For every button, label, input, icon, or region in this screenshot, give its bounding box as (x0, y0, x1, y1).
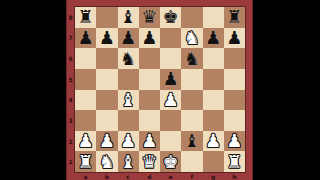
black-rook[interactable]: ♜ (226, 8, 242, 26)
square-a5[interactable] (75, 69, 96, 90)
rank-label-2: 2 (66, 131, 75, 152)
black-pawn[interactable]: ♟ (141, 29, 157, 47)
rank-label-6: 6 (66, 48, 75, 69)
square-d8[interactable]: ♛ (139, 7, 160, 28)
white-pawn[interactable]: ♟ (163, 91, 179, 109)
square-b6[interactable] (96, 48, 117, 69)
black-pawn[interactable]: ♟ (99, 29, 115, 47)
white-queen[interactable]: ♛ (141, 153, 157, 171)
black-rook[interactable]: ♜ (78, 8, 94, 26)
file-label-c: c (118, 172, 139, 180)
square-c1[interactable]: ♝ (118, 151, 139, 172)
square-c5[interactable] (118, 69, 139, 90)
white-pawn[interactable]: ♟ (141, 132, 157, 150)
file-label-a: a (75, 172, 96, 180)
black-bishop[interactable]: ♝ (120, 8, 136, 26)
square-a1[interactable]: ♜ (75, 151, 96, 172)
white-pawn[interactable]: ♟ (99, 132, 115, 150)
file-label-h: h (224, 172, 245, 180)
square-e1[interactable]: ♚ (160, 151, 181, 172)
black-bishop[interactable]: ♝ (184, 132, 200, 150)
file-label-d: d (139, 172, 160, 180)
square-g7[interactable]: ♟ (203, 28, 224, 49)
square-d7[interactable]: ♟ (139, 28, 160, 49)
file-label-f: f (181, 172, 202, 180)
square-c4[interactable]: ♝ (118, 90, 139, 111)
square-e4[interactable]: ♟ (160, 90, 181, 111)
white-rook[interactable]: ♜ (226, 153, 242, 171)
square-g4[interactable] (203, 90, 224, 111)
square-b2[interactable]: ♟ (96, 131, 117, 152)
square-a7[interactable]: ♟ (75, 28, 96, 49)
square-f8[interactable] (181, 7, 202, 28)
rank-label-1: 1 (66, 151, 75, 172)
white-king[interactable]: ♚ (163, 153, 179, 171)
square-e7[interactable] (160, 28, 181, 49)
square-c3[interactable] (118, 110, 139, 131)
black-pawn[interactable]: ♟ (226, 29, 242, 47)
square-g5[interactable] (203, 69, 224, 90)
black-knight[interactable]: ♞ (120, 50, 136, 68)
square-b5[interactable] (96, 69, 117, 90)
white-pawn[interactable]: ♟ (226, 132, 242, 150)
square-b1[interactable]: ♞ (96, 151, 117, 172)
square-e8[interactable]: ♚ (160, 7, 181, 28)
square-h7[interactable]: ♟ (224, 28, 245, 49)
rank-label-4: 4 (66, 90, 75, 111)
square-g6[interactable] (203, 48, 224, 69)
rank-label-7: 7 (66, 28, 75, 49)
square-h1[interactable]: ♜ (224, 151, 245, 172)
square-h4[interactable] (224, 90, 245, 111)
square-h5[interactable] (224, 69, 245, 90)
square-a3[interactable] (75, 110, 96, 131)
white-pawn[interactable]: ♟ (120, 132, 136, 150)
square-h6[interactable] (224, 48, 245, 69)
black-knight[interactable]: ♞ (184, 50, 200, 68)
white-bishop[interactable]: ♝ (120, 91, 136, 109)
square-a2[interactable]: ♟ (75, 131, 96, 152)
square-c7[interactable]: ♟ (118, 28, 139, 49)
square-b4[interactable] (96, 90, 117, 111)
square-b7[interactable]: ♟ (96, 28, 117, 49)
square-a6[interactable] (75, 48, 96, 69)
square-g1[interactable] (203, 151, 224, 172)
black-king[interactable]: ♚ (163, 8, 179, 26)
rank-label-5: 5 (66, 69, 75, 90)
chess-board[interactable]: ♜♝♛♚♜♟♟♟♟♞♟♟♞♞♟♝♟♟♟♟♟♝♟♟♜♞♝♛♚♜ (75, 7, 245, 172)
square-g3[interactable] (203, 110, 224, 131)
white-knight[interactable]: ♞ (99, 153, 115, 171)
black-pawn[interactable]: ♟ (163, 70, 179, 88)
square-e2[interactable] (160, 131, 181, 152)
square-d4[interactable] (139, 90, 160, 111)
square-f1[interactable] (181, 151, 202, 172)
square-b8[interactable] (96, 7, 117, 28)
square-h2[interactable]: ♟ (224, 131, 245, 152)
black-pawn[interactable]: ♟ (205, 29, 221, 47)
square-d5[interactable] (139, 69, 160, 90)
square-c2[interactable]: ♟ (118, 131, 139, 152)
rank-label-3: 3 (66, 110, 75, 131)
square-c8[interactable]: ♝ (118, 7, 139, 28)
square-d1[interactable]: ♛ (139, 151, 160, 172)
white-bishop[interactable]: ♝ (120, 153, 136, 171)
square-e3[interactable] (160, 110, 181, 131)
square-d2[interactable]: ♟ (139, 131, 160, 152)
square-b3[interactable] (96, 110, 117, 131)
square-h8[interactable]: ♜ (224, 7, 245, 28)
square-f2[interactable]: ♝ (181, 131, 202, 152)
rank-label-8: 8 (66, 7, 75, 28)
square-g8[interactable] (203, 7, 224, 28)
white-pawn[interactable]: ♟ (78, 132, 94, 150)
square-d3[interactable] (139, 110, 160, 131)
square-a4[interactable] (75, 90, 96, 111)
square-d6[interactable] (139, 48, 160, 69)
square-c6[interactable]: ♞ (118, 48, 139, 69)
square-g2[interactable]: ♟ (203, 131, 224, 152)
video-frame: ♜♝♛♚♜♟♟♟♟♞♟♟♞♞♟♝♟♟♟♟♟♝♟♟♜♞♝♛♚♜ 87654321 … (0, 0, 320, 180)
square-h3[interactable] (224, 110, 245, 131)
chess-board-frame: ♜♝♛♚♜♟♟♟♟♞♟♟♞♞♟♝♟♟♟♟♟♝♟♟♜♞♝♛♚♜ 87654321 … (66, 0, 253, 180)
file-label-e: e (160, 172, 181, 180)
square-f7[interactable]: ♞ (181, 28, 202, 49)
square-f4[interactable] (181, 90, 202, 111)
square-f3[interactable] (181, 110, 202, 131)
square-f6[interactable]: ♞ (181, 48, 202, 69)
white-knight[interactable]: ♞ (184, 29, 200, 47)
white-pawn[interactable]: ♟ (205, 132, 221, 150)
black-pawn[interactable]: ♟ (78, 29, 94, 47)
square-e5[interactable]: ♟ (160, 69, 181, 90)
black-pawn[interactable]: ♟ (120, 29, 136, 47)
white-rook[interactable]: ♜ (78, 153, 94, 171)
square-e6[interactable] (160, 48, 181, 69)
black-queen[interactable]: ♛ (141, 8, 157, 26)
square-f5[interactable] (181, 69, 202, 90)
file-label-b: b (96, 172, 117, 180)
square-a8[interactable]: ♜ (75, 7, 96, 28)
file-label-g: g (203, 172, 224, 180)
